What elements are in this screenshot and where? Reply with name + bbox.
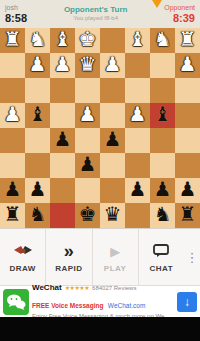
play-button[interactable]: ▶ PLAY [93,229,139,285]
square[interactable] [25,78,50,103]
ad-promo-line: FREE Voice Messaging WeChat.com [32,293,174,313]
square[interactable]: ♜ [175,28,200,53]
square[interactable]: ♛ [100,203,125,228]
square[interactable] [50,153,75,178]
overflow-menu-icon[interactable]: ⋮ [184,229,200,285]
square[interactable] [0,53,25,78]
black-pawn: ♟ [129,177,147,202]
ad-review-count: 684027 Reviews [92,285,136,293]
rapid-button[interactable]: » RAPID [46,229,92,285]
square[interactable]: ♟ [0,178,25,203]
status-panel: Opponent's Turn You played f8-b4 [64,6,128,21]
bottom-nav-bar [0,317,200,341]
wechat-icon [3,289,29,315]
white-pawn: ♟ [179,52,197,77]
square[interactable] [75,178,100,203]
play-label: PLAY [104,264,127,273]
white-pawn: ♟ [129,102,147,127]
square[interactable]: ♝ [125,28,150,53]
rapid-label: RAPID [55,264,82,273]
square[interactable]: ♚ [75,203,100,228]
white-pawn: ♟ [79,102,97,127]
square[interactable] [175,78,200,103]
square[interactable] [125,53,150,78]
chess-board: ♜♞♝♚♝♞♜♟♟♛♟♟♟♝♟♟♝♟♟♟♟♟♟♟♟♜♞♚♛♞♜ [0,28,200,228]
ad-link-text[interactable]: WeChat.com [108,302,145,309]
right-player-name: Opponent [164,4,195,12]
square[interactable]: ♟ [50,128,75,153]
square[interactable]: ♝ [25,103,50,128]
square[interactable]: ♝ [50,28,75,53]
square[interactable] [125,78,150,103]
black-knight: ♞ [29,202,47,227]
left-player-name: josh [5,4,27,12]
square[interactable]: ♞ [25,203,50,228]
black-knight: ♞ [154,202,172,227]
action-toolbar: DRAW » RAPID ▶ PLAY CHAT ⋮ [0,228,200,285]
turn-status: Opponent's Turn [64,6,128,15]
right-player-clock: 8:39 [164,12,195,24]
square[interactable]: ♟ [75,153,100,178]
chat-button[interactable]: CHAT [139,229,184,285]
white-knight: ♞ [29,27,47,52]
square[interactable] [0,78,25,103]
square[interactable]: ♟ [75,103,100,128]
black-pawn: ♟ [179,177,197,202]
square[interactable] [175,103,200,128]
square[interactable] [150,53,175,78]
white-pawn: ♟ [29,52,47,77]
white-king: ♚ [79,27,97,52]
fast-forward-icon: » [64,241,74,261]
square[interactable]: ♟ [175,178,200,203]
white-pawn: ♟ [4,102,22,127]
square[interactable]: ♟ [0,103,25,128]
white-rook: ♜ [4,27,22,52]
square[interactable]: ♟ [25,178,50,203]
ad-banner[interactable]: WeChat ★★★★★ 684027 Reviews FREE Voice M… [0,285,200,317]
ad-text-block: WeChat ★★★★★ 684027 Reviews FREE Voice M… [29,283,177,321]
square[interactable] [100,28,125,53]
ad-title-line: WeChat ★★★★★ 684027 Reviews [32,283,174,293]
square[interactable] [50,78,75,103]
square[interactable]: ♜ [0,203,25,228]
square[interactable] [125,128,150,153]
chat-label: CHAT [150,264,174,273]
square[interactable] [50,203,75,228]
black-bishop: ♝ [154,102,172,127]
chess-app: josh 8:58 Opponent's Turn You played f8-… [0,0,200,341]
white-bishop: ♝ [54,27,72,52]
square[interactable] [175,153,200,178]
square[interactable]: ♜ [0,28,25,53]
draw-button[interactable]: DRAW [0,229,46,285]
white-rook: ♜ [179,27,197,52]
turn-indicator-arrow-icon [152,0,162,8]
last-move-text: You played f8-b4 [64,15,128,22]
black-bishop: ♝ [29,102,47,127]
black-rook: ♜ [4,202,22,227]
white-queen: ♛ [79,52,97,77]
white-pawn: ♟ [54,52,72,77]
black-pawn: ♟ [4,177,22,202]
square[interactable] [50,103,75,128]
square[interactable] [175,128,200,153]
black-pawn: ♟ [29,177,47,202]
square[interactable]: ♝ [150,103,175,128]
black-pawn: ♟ [54,127,72,152]
square[interactable]: ♟ [150,178,175,203]
draw-label: DRAW [9,264,35,273]
square[interactable] [150,128,175,153]
ad-promo-text: FREE Voice Messaging [32,302,103,309]
square[interactable]: ♛ [75,53,100,78]
square[interactable] [100,153,125,178]
square[interactable] [100,78,125,103]
square[interactable] [125,153,150,178]
left-player-clock: 8:58 [5,12,27,24]
black-pawn: ♟ [79,152,97,177]
white-bishop: ♝ [129,27,147,52]
ad-install-button[interactable]: ↓ [177,292,197,312]
handshake-icon [13,241,33,261]
white-knight: ♞ [154,27,172,52]
left-player-panel: josh 8:58 [5,4,27,24]
black-pawn: ♟ [104,127,122,152]
ad-app-name: WeChat [32,283,62,293]
right-player-panel: Opponent 8:39 [164,4,195,24]
square[interactable]: ♟ [125,103,150,128]
square[interactable]: ♞ [25,28,50,53]
square[interactable] [75,78,100,103]
square[interactable]: ♟ [100,128,125,153]
square[interactable] [50,178,75,203]
square[interactable] [75,128,100,153]
ad-star-rating: ★★★★★ [65,285,89,293]
square[interactable] [125,203,150,228]
square[interactable]: ♞ [150,203,175,228]
square[interactable]: ♟ [25,53,50,78]
square[interactable] [150,153,175,178]
square[interactable]: ♚ [75,28,100,53]
square[interactable]: ♜ [175,203,200,228]
square[interactable] [25,153,50,178]
black-pawn: ♟ [154,177,172,202]
black-rook: ♜ [179,202,197,227]
square[interactable]: ♟ [100,53,125,78]
square[interactable] [100,103,125,128]
square[interactable]: ♞ [150,28,175,53]
square[interactable] [0,153,25,178]
square[interactable] [0,128,25,153]
square[interactable]: ♟ [125,178,150,203]
black-queen: ♛ [104,202,122,227]
white-pawn: ♟ [104,52,122,77]
game-header: josh 8:58 Opponent's Turn You played f8-… [0,0,200,28]
black-king: ♚ [79,202,97,227]
square[interactable] [100,178,125,203]
square[interactable] [25,128,50,153]
play-icon: ▶ [110,241,120,261]
square[interactable] [150,78,175,103]
square[interactable]: ♟ [50,53,75,78]
chat-bubble-icon [153,241,169,261]
square[interactable]: ♟ [175,53,200,78]
